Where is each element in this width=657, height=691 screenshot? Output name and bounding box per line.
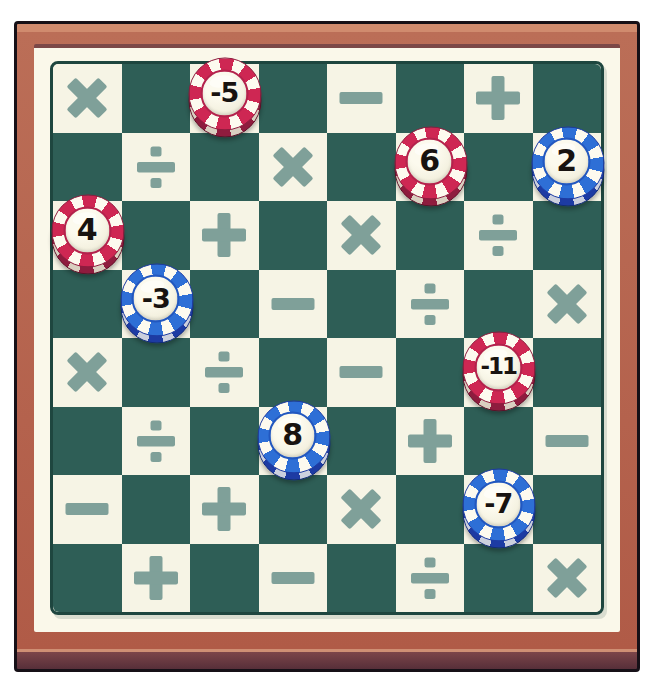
square-r2c3 [190, 133, 259, 202]
wooden-frame: -5624-3-118-7 [14, 21, 640, 672]
chip-value: 4 [77, 215, 98, 245]
square-r8c6[interactable] [396, 544, 465, 613]
square-r6c7 [464, 407, 533, 476]
square-r1c2 [122, 64, 191, 133]
chip-value: 6 [419, 147, 440, 177]
square-r4c3 [190, 270, 259, 339]
chip-blue-2[interactable]: 2 [531, 126, 602, 204]
chip-value: -3 [142, 285, 170, 312]
multiply-icon [337, 211, 385, 259]
square-r7c3[interactable] [190, 475, 259, 544]
square-r6c3 [190, 407, 259, 476]
chip-value: 2 [556, 147, 577, 177]
board: -5624-3-118-7 [50, 61, 604, 615]
square-r4c8[interactable] [533, 270, 602, 339]
chip-red-neg11[interactable]: -11 [463, 332, 534, 410]
chip-value: -7 [484, 491, 512, 518]
square-r1c3[interactable]: -5 [190, 64, 259, 133]
plus-icon [200, 485, 248, 533]
square-r6c8[interactable] [533, 407, 602, 476]
chip-blue-neg7[interactable]: -7 [463, 469, 534, 547]
minus-icon [269, 554, 317, 602]
multiply-icon [63, 348, 111, 396]
divide-icon [132, 143, 180, 191]
chip-face: 2 [543, 138, 591, 186]
chip-face: 6 [406, 138, 454, 186]
square-r7c4 [259, 475, 328, 544]
chip-value: -5 [210, 80, 238, 107]
square-r1c4 [259, 64, 328, 133]
minus-icon [269, 280, 317, 328]
square-r8c8[interactable] [533, 544, 602, 613]
square-r3c6 [396, 201, 465, 270]
square-r6c1 [53, 407, 122, 476]
square-r7c5[interactable] [327, 475, 396, 544]
square-r1c8 [533, 64, 602, 133]
chip-face: 8 [269, 412, 317, 460]
minus-icon [337, 74, 385, 122]
square-r5c3[interactable] [190, 338, 259, 407]
square-r5c5[interactable] [327, 338, 396, 407]
square-r7c6 [396, 475, 465, 544]
chip-red-neg5[interactable]: -5 [189, 58, 260, 136]
plus-icon [132, 554, 180, 602]
square-r3c7[interactable] [464, 201, 533, 270]
minus-icon [543, 417, 591, 465]
square-r5c7[interactable]: -11 [464, 338, 533, 407]
square-r5c2 [122, 338, 191, 407]
square-r2c4[interactable] [259, 133, 328, 202]
chip-value: 8 [282, 421, 303, 451]
square-r5c1[interactable] [53, 338, 122, 407]
square-r4c6[interactable] [396, 270, 465, 339]
board-mat: -5624-3-118-7 [34, 44, 620, 632]
square-r6c2[interactable] [122, 407, 191, 476]
multiply-icon [269, 143, 317, 191]
plus-icon [474, 74, 522, 122]
square-r2c6[interactable]: 6 [396, 133, 465, 202]
divide-icon [200, 348, 248, 396]
chip-red-6[interactable]: 6 [394, 126, 465, 204]
multiply-icon [63, 74, 111, 122]
square-r1c5[interactable] [327, 64, 396, 133]
square-r3c1[interactable]: 4 [53, 201, 122, 270]
chip-blue-8[interactable]: 8 [257, 400, 328, 478]
square-r4c7 [464, 270, 533, 339]
square-r5c4 [259, 338, 328, 407]
square-r8c1 [53, 544, 122, 613]
square-r1c7[interactable] [464, 64, 533, 133]
math-chips-game: -5624-3-118-7 [0, 0, 657, 691]
multiply-icon [337, 485, 385, 533]
square-r2c5 [327, 133, 396, 202]
square-r8c3 [190, 544, 259, 613]
square-r4c5 [327, 270, 396, 339]
square-r8c7 [464, 544, 533, 613]
square-r3c2 [122, 201, 191, 270]
square-r4c2[interactable]: -3 [122, 270, 191, 339]
chip-face: -11 [474, 343, 522, 391]
square-r3c4 [259, 201, 328, 270]
plus-icon [406, 417, 454, 465]
chip-blue-neg3[interactable]: -3 [120, 263, 191, 341]
square-r7c7[interactable]: -7 [464, 475, 533, 544]
square-r5c8 [533, 338, 602, 407]
square-r2c7 [464, 133, 533, 202]
divide-icon [406, 554, 454, 602]
square-r3c5[interactable] [327, 201, 396, 270]
minus-icon [337, 348, 385, 396]
plus-icon [200, 211, 248, 259]
square-r7c1[interactable] [53, 475, 122, 544]
chip-red-4[interactable]: 4 [52, 195, 123, 273]
square-r1c6 [396, 64, 465, 133]
square-r8c2[interactable] [122, 544, 191, 613]
multiply-icon [543, 280, 591, 328]
square-r5c6 [396, 338, 465, 407]
square-r8c5 [327, 544, 396, 613]
divide-icon [474, 211, 522, 259]
square-r2c2[interactable] [122, 133, 191, 202]
square-r6c5 [327, 407, 396, 476]
multiply-icon [543, 554, 591, 602]
square-r7c2 [122, 475, 191, 544]
divide-icon [406, 280, 454, 328]
square-r3c8 [533, 201, 602, 270]
chip-face: 4 [63, 206, 111, 254]
square-r2c1 [53, 133, 122, 202]
square-r3c3[interactable] [190, 201, 259, 270]
chip-value: -11 [480, 356, 516, 379]
square-r4c1 [53, 270, 122, 339]
minus-icon [63, 485, 111, 533]
square-r1c1[interactable] [53, 64, 122, 133]
square-r2c8[interactable]: 2 [533, 133, 602, 202]
divide-icon [132, 417, 180, 465]
chip-face: -3 [132, 275, 180, 323]
chip-face: -5 [200, 69, 248, 117]
chip-face: -7 [474, 480, 522, 528]
square-r4c4[interactable] [259, 270, 328, 339]
square-r7c8 [533, 475, 602, 544]
square-r6c4[interactable]: 8 [259, 407, 328, 476]
square-r6c6[interactable] [396, 407, 465, 476]
square-r8c4[interactable] [259, 544, 328, 613]
